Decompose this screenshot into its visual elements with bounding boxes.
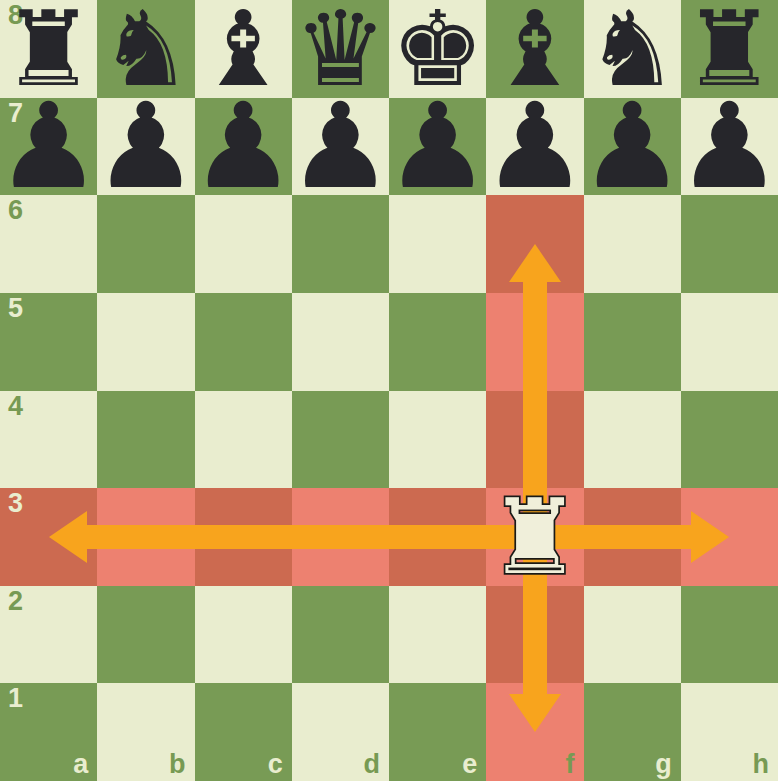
rank-label-2: 2 [8, 588, 23, 615]
square-h1[interactable]: h [681, 683, 778, 781]
square-d1[interactable]: d [292, 683, 389, 781]
square-c4[interactable] [195, 391, 292, 489]
square-c1[interactable]: c [195, 683, 292, 781]
white-rook-icon[interactable]: ♜ [486, 488, 583, 586]
square-f3[interactable]: ♜ [486, 488, 583, 586]
file-label-c: c [268, 751, 283, 778]
square-g2[interactable] [584, 586, 681, 684]
square-a5[interactable]: 5 [0, 293, 97, 391]
square-h7[interactable]: ♟ [681, 98, 778, 196]
square-a2[interactable]: 2 [0, 586, 97, 684]
square-b2[interactable] [97, 586, 194, 684]
black-pawn-icon[interactable]: ♟ [292, 98, 389, 196]
file-label-b: b [169, 751, 186, 778]
black-pawn-icon[interactable]: ♟ [195, 98, 292, 196]
square-b5[interactable] [97, 293, 194, 391]
square-e7[interactable]: ♟ [389, 98, 486, 196]
square-c2[interactable] [195, 586, 292, 684]
arrow-shaft-left [87, 525, 535, 549]
square-d2[interactable] [292, 586, 389, 684]
black-pawn-icon[interactable]: ♟ [486, 98, 583, 196]
square-f7[interactable]: ♟ [486, 98, 583, 196]
square-c5[interactable] [195, 293, 292, 391]
arrow-head-right [691, 511, 729, 563]
square-h2[interactable] [681, 586, 778, 684]
square-g1[interactable]: g [584, 683, 681, 781]
file-label-a: a [73, 751, 88, 778]
rank-label-4: 4 [8, 393, 23, 420]
black-pawn-icon[interactable]: ♟ [584, 98, 681, 196]
file-label-f: f [566, 751, 575, 778]
square-b1[interactable]: b [97, 683, 194, 781]
rank-label-3: 3 [8, 490, 23, 517]
square-g5[interactable] [584, 293, 681, 391]
square-d5[interactable] [292, 293, 389, 391]
square-d7[interactable]: ♟ [292, 98, 389, 196]
square-g7[interactable]: ♟ [584, 98, 681, 196]
rank-label-1: 1 [8, 685, 23, 712]
file-label-h: h [753, 751, 770, 778]
arrow-head-down [509, 694, 561, 732]
square-h4[interactable] [681, 391, 778, 489]
square-h5[interactable] [681, 293, 778, 391]
square-a7[interactable]: 7♟ [0, 98, 97, 196]
arrow-head-up [509, 244, 561, 282]
rank-label-5: 5 [8, 295, 23, 322]
square-e2[interactable] [389, 586, 486, 684]
square-e1[interactable]: e [389, 683, 486, 781]
square-e4[interactable] [389, 391, 486, 489]
square-a4[interactable]: 4 [0, 391, 97, 489]
square-g4[interactable] [584, 391, 681, 489]
black-pawn-icon[interactable]: ♟ [389, 98, 486, 196]
square-a1[interactable]: 1a [0, 683, 97, 781]
file-label-d: d [364, 751, 381, 778]
arrow-head-left [49, 511, 87, 563]
square-b7[interactable]: ♟ [97, 98, 194, 196]
black-pawn-icon[interactable]: ♟ [681, 98, 778, 196]
square-e5[interactable] [389, 293, 486, 391]
chess-board: 8♜♞♝♛♚♝♞♜7♟♟♟♟♟♟♟♟6543♜21abcdefgh [0, 0, 778, 781]
black-pawn-icon[interactable]: ♟ [97, 98, 194, 196]
file-label-g: g [655, 751, 672, 778]
square-d4[interactable] [292, 391, 389, 489]
file-label-e: e [462, 751, 477, 778]
black-pawn-icon[interactable]: ♟ [0, 98, 97, 196]
square-b4[interactable] [97, 391, 194, 489]
square-c7[interactable]: ♟ [195, 98, 292, 196]
